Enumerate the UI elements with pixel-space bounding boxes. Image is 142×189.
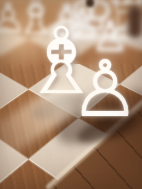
foreground-clear-pawn-piece[interactable]: ♙ xyxy=(70,50,134,128)
dark-finial xyxy=(86,0,94,7)
background-dark-object xyxy=(128,6,142,38)
glass-chess-photo: ♙ ♗ ♔ ♙ ♙ ♙ ♖ ♗ ♙ xyxy=(0,0,142,189)
